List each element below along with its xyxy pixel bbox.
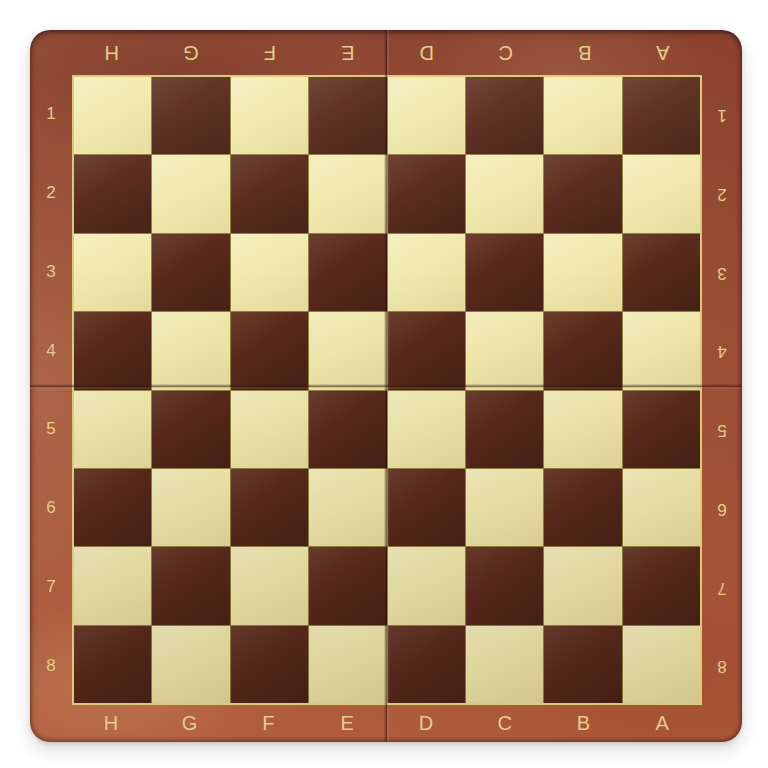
square-g4[interactable] [152,312,229,389]
square-h4[interactable] [74,312,151,389]
rank-label-left-1: 1 [30,75,72,154]
square-c3[interactable] [466,234,543,311]
square-e3[interactable] [309,234,386,311]
square-c4[interactable] [466,312,543,389]
rank-label-left-8: 8 [30,626,72,705]
square-c2[interactable] [466,155,543,232]
board-grid [74,77,700,703]
square-d4[interactable] [388,312,465,389]
square-d7[interactable] [388,547,465,624]
square-g2[interactable] [152,155,229,232]
square-h5[interactable] [74,391,151,468]
rank-labels-left: 12345678 [30,75,72,705]
square-h1[interactable] [74,77,151,154]
square-b3[interactable] [544,234,621,311]
square-g7[interactable] [152,547,229,624]
square-d5[interactable] [388,391,465,468]
square-a6[interactable] [623,469,700,546]
square-f7[interactable] [231,547,308,624]
square-g8[interactable] [152,626,229,703]
square-c1[interactable] [466,77,543,154]
square-b8[interactable] [544,626,621,703]
square-f1[interactable] [231,77,308,154]
file-label-top-d: D [387,30,466,75]
square-f3[interactable] [231,234,308,311]
square-d8[interactable] [388,626,465,703]
rank-label-right-8: 8 [702,626,742,705]
square-e8[interactable] [309,626,386,703]
rank-label-right-2: 2 [702,154,742,233]
square-c5[interactable] [466,391,543,468]
square-b4[interactable] [544,312,621,389]
square-h6[interactable] [74,469,151,546]
rank-label-left-4: 4 [30,311,72,390]
square-b7[interactable] [544,547,621,624]
rank-label-left-2: 2 [30,154,72,233]
square-b5[interactable] [544,391,621,468]
square-b2[interactable] [544,155,621,232]
rank-label-left-6: 6 [30,469,72,548]
square-c6[interactable] [466,469,543,546]
file-labels-bottom: HGFEDCBA [72,705,702,742]
square-c7[interactable] [466,547,543,624]
square-e5[interactable] [309,391,386,468]
file-label-bottom-f: F [230,705,309,742]
square-b6[interactable] [544,469,621,546]
square-b1[interactable] [544,77,621,154]
file-label-top-a: A [623,30,702,75]
chessboard: HGFEDCBA HGFEDCBA 12345678 12345678 [30,30,742,742]
file-label-bottom-g: G [151,705,230,742]
file-labels-top: HGFEDCBA [72,30,702,75]
square-h3[interactable] [74,234,151,311]
rank-label-left-3: 3 [30,233,72,312]
square-h7[interactable] [74,547,151,624]
square-e1[interactable] [309,77,386,154]
file-label-bottom-a: A [623,705,702,742]
square-a5[interactable] [623,391,700,468]
square-g5[interactable] [152,391,229,468]
file-label-bottom-c: C [466,705,545,742]
rank-label-right-3: 3 [702,233,742,312]
file-label-top-h: H [72,30,151,75]
rank-label-right-5: 5 [702,390,742,469]
square-c8[interactable] [466,626,543,703]
square-a3[interactable] [623,234,700,311]
rank-label-right-7: 7 [702,548,742,627]
square-a4[interactable] [623,312,700,389]
file-label-top-b: B [545,30,624,75]
file-label-bottom-h: H [72,705,151,742]
square-g6[interactable] [152,469,229,546]
rank-label-right-6: 6 [702,469,742,548]
rank-label-right-4: 4 [702,311,742,390]
square-e4[interactable] [309,312,386,389]
rank-labels-right: 12345678 [702,75,742,705]
square-f2[interactable] [231,155,308,232]
square-d1[interactable] [388,77,465,154]
square-f5[interactable] [231,391,308,468]
square-e6[interactable] [309,469,386,546]
square-d2[interactable] [388,155,465,232]
square-h2[interactable] [74,155,151,232]
square-e2[interactable] [309,155,386,232]
file-label-bottom-d: D [387,705,466,742]
file-label-bottom-e: E [308,705,387,742]
square-a2[interactable] [623,155,700,232]
file-label-top-f: F [230,30,309,75]
square-a7[interactable] [623,547,700,624]
file-label-bottom-b: B [545,705,624,742]
rank-label-left-5: 5 [30,390,72,469]
square-d6[interactable] [388,469,465,546]
playing-area [72,75,702,705]
square-f8[interactable] [231,626,308,703]
rank-label-left-7: 7 [30,548,72,627]
square-d3[interactable] [388,234,465,311]
file-label-top-e: E [308,30,387,75]
square-f6[interactable] [231,469,308,546]
file-label-top-g: G [151,30,230,75]
rank-label-right-1: 1 [702,75,742,154]
square-h8[interactable] [74,626,151,703]
square-a1[interactable] [623,77,700,154]
square-a8[interactable] [623,626,700,703]
square-g1[interactable] [152,77,229,154]
square-g3[interactable] [152,234,229,311]
square-e7[interactable] [309,547,386,624]
file-label-top-c: C [466,30,545,75]
square-f4[interactable] [231,312,308,389]
